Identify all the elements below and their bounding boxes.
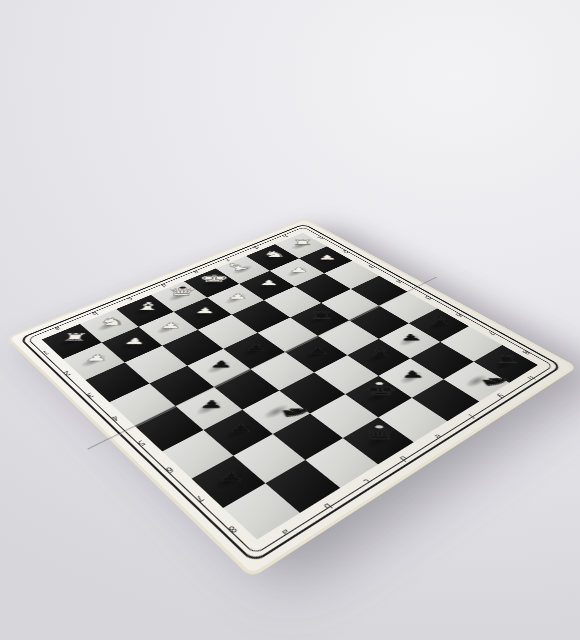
black-rook-glyph: ♜ (292, 311, 353, 321)
black-pawn-glyph: ♟ (188, 360, 254, 370)
white-pawn-glyph: ♟ (271, 266, 327, 273)
white-pawn-glyph: ♟ (63, 353, 130, 362)
white-knight-glyph: ♞ (247, 250, 302, 258)
background: aabbccddeeffgghh1122334455667788 ♜♞♝♛♚♝♞… (0, 0, 580, 640)
black-pawn-glyph: ♟ (379, 370, 447, 380)
white-pawn-glyph: ♟ (300, 254, 355, 261)
black-pawn-glyph: ♟ (205, 423, 277, 434)
black-pawn-glyph: ♟ (379, 333, 443, 342)
black-bishop-glyph: ♝ (409, 315, 473, 326)
black-pawn-glyph: ♟ (193, 471, 270, 484)
white-bishop-glyph: ♝ (117, 301, 179, 312)
white-pawn-glyph: ♟ (175, 307, 236, 315)
black-pawn-glyph: ♟ (225, 343, 289, 352)
chess-board: aabbccddeeffgghh1122334455667788 ♜♞♝♛♚♝♞… (9, 220, 573, 574)
white-pawn-glyph: ♟ (102, 337, 167, 346)
black-rook-glyph: ♜ (473, 354, 541, 365)
black-queen-glyph: ♛ (344, 425, 418, 442)
black-knight-glyph: ♞ (272, 398, 323, 427)
white-queen-glyph: ♛ (152, 287, 212, 298)
board-frame: aabbccddeeffgghh1122334455667788 ♜♞♝♛♚♝♞… (9, 220, 573, 574)
white-rook-glyph: ♜ (42, 332, 108, 342)
white-pawn-glyph: ♟ (139, 322, 202, 330)
white-pawn-glyph: ♟ (240, 279, 298, 286)
white-king-glyph: ♚ (185, 273, 243, 284)
black-knight-glyph: ♞ (469, 369, 524, 395)
pieces-layer: ♜♞♝♛♚♝♞♜♟♟♟♟♟♟♟♟♛♞♜♟♚♟♟♞♝♟♝♟♟♟♟♜ (42, 233, 538, 540)
white-knight-glyph: ♞ (80, 316, 144, 327)
black-bishop-glyph: ♝ (348, 346, 414, 358)
white-pawn-glyph: ♟ (208, 293, 267, 301)
white-rook-glyph: ♜ (276, 239, 330, 247)
black-king-glyph: ♚ (346, 382, 416, 398)
